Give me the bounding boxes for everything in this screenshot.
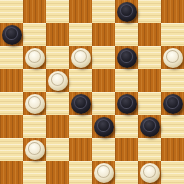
square-r0c7[interactable] (161, 0, 184, 23)
square-r6c3[interactable] (69, 138, 92, 161)
square-r0c6 (138, 0, 161, 23)
square-r7c7 (161, 161, 184, 184)
square-r4c7[interactable] (161, 92, 184, 115)
square-r3c7 (161, 69, 184, 92)
black-man[interactable] (117, 2, 137, 22)
black-man[interactable] (117, 48, 137, 68)
square-r1c2[interactable] (46, 23, 69, 46)
square-r5c7 (161, 115, 184, 138)
white-man[interactable] (94, 163, 114, 183)
white-man[interactable] (140, 163, 160, 183)
black-man[interactable] (117, 94, 137, 114)
square-r4c6 (138, 92, 161, 115)
square-r7c0[interactable] (0, 161, 23, 184)
square-r3c0[interactable] (0, 69, 23, 92)
square-r6c0 (0, 138, 23, 161)
square-r2c6 (138, 46, 161, 69)
square-r4c2 (46, 92, 69, 115)
white-man[interactable] (163, 48, 183, 68)
square-r1c1 (23, 23, 46, 46)
square-r6c5[interactable] (115, 138, 138, 161)
square-r2c1[interactable] (23, 46, 46, 69)
square-r4c5[interactable] (115, 92, 138, 115)
square-r0c5[interactable] (115, 0, 138, 23)
square-r3c1 (23, 69, 46, 92)
square-r1c7 (161, 23, 184, 46)
square-r4c3[interactable] (69, 92, 92, 115)
checkers-board (0, 0, 184, 184)
white-man[interactable] (25, 94, 45, 114)
square-r1c3 (69, 23, 92, 46)
square-r2c2 (46, 46, 69, 69)
square-r7c3 (69, 161, 92, 184)
square-r3c4[interactable] (92, 69, 115, 92)
square-r6c4 (92, 138, 115, 161)
white-man[interactable] (48, 71, 68, 91)
black-man[interactable] (94, 117, 114, 137)
square-r0c3[interactable] (69, 0, 92, 23)
square-r5c1 (23, 115, 46, 138)
square-r3c3 (69, 69, 92, 92)
square-r5c3 (69, 115, 92, 138)
white-man[interactable] (71, 48, 91, 68)
square-r3c5 (115, 69, 138, 92)
square-r1c5 (115, 23, 138, 46)
square-r5c2[interactable] (46, 115, 69, 138)
square-r6c7[interactable] (161, 138, 184, 161)
square-r0c2 (46, 0, 69, 23)
square-r1c4[interactable] (92, 23, 115, 46)
white-man[interactable] (25, 48, 45, 68)
black-man[interactable] (163, 94, 183, 114)
square-r0c1[interactable] (23, 0, 46, 23)
square-r6c6 (138, 138, 161, 161)
square-r7c1 (23, 161, 46, 184)
square-r4c4 (92, 92, 115, 115)
square-r2c3[interactable] (69, 46, 92, 69)
square-r5c0[interactable] (0, 115, 23, 138)
square-r6c2 (46, 138, 69, 161)
square-r6c1[interactable] (23, 138, 46, 161)
square-r7c2[interactable] (46, 161, 69, 184)
square-r7c4[interactable] (92, 161, 115, 184)
black-man[interactable] (71, 94, 91, 114)
square-r3c2[interactable] (46, 69, 69, 92)
black-man[interactable] (2, 25, 22, 45)
square-r7c5 (115, 161, 138, 184)
square-r4c1[interactable] (23, 92, 46, 115)
square-r1c0[interactable] (0, 23, 23, 46)
square-r2c7[interactable] (161, 46, 184, 69)
square-r0c4 (92, 0, 115, 23)
square-r2c4 (92, 46, 115, 69)
square-r7c6[interactable] (138, 161, 161, 184)
black-man[interactable] (140, 117, 160, 137)
square-r3c6[interactable] (138, 69, 161, 92)
square-r5c4[interactable] (92, 115, 115, 138)
square-r0c0 (0, 0, 23, 23)
white-man[interactable] (25, 140, 45, 160)
square-r2c5[interactable] (115, 46, 138, 69)
square-r5c6[interactable] (138, 115, 161, 138)
square-r4c0 (0, 92, 23, 115)
square-r2c0 (0, 46, 23, 69)
square-r1c6[interactable] (138, 23, 161, 46)
square-r5c5 (115, 115, 138, 138)
